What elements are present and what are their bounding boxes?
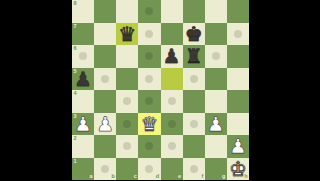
- square-f4[interactable]: [183, 90, 205, 113]
- square-b4[interactable]: [94, 90, 116, 113]
- square-d1[interactable]: d: [138, 158, 160, 181]
- square-h5[interactable]: [227, 68, 249, 91]
- square-d4[interactable]: [138, 90, 160, 113]
- move-hint-dot[interactable]: [168, 97, 176, 105]
- square-h6[interactable]: [227, 45, 249, 68]
- square-c1[interactable]: c: [116, 158, 138, 181]
- square-f5[interactable]: [183, 68, 205, 91]
- move-hint-dot[interactable]: [79, 52, 87, 60]
- move-hint-dot[interactable]: [145, 7, 153, 15]
- black-queen[interactable]: ♛: [116, 23, 138, 46]
- move-hint-dot[interactable]: [101, 75, 109, 83]
- square-g1[interactable]: g: [205, 158, 227, 181]
- file-label-a: a: [90, 174, 93, 180]
- square-h4[interactable]: [227, 90, 249, 113]
- file-label-g: g: [222, 174, 225, 180]
- letterbox-right: [249, 0, 320, 180]
- move-hint-dot[interactable]: [123, 97, 131, 105]
- square-g2[interactable]: [205, 135, 227, 158]
- move-hint-dot[interactable]: [145, 52, 153, 60]
- square-a8[interactable]: 8: [72, 0, 94, 23]
- white-pawn[interactable]: ♟: [205, 113, 227, 136]
- rank-label-1: 1: [74, 159, 77, 165]
- square-b8[interactable]: [94, 0, 116, 23]
- square-e2[interactable]: [161, 135, 183, 158]
- square-c3[interactable]: [116, 113, 138, 136]
- move-hint-dot[interactable]: [101, 165, 109, 173]
- square-h2[interactable]: ♟: [227, 135, 249, 158]
- move-hint-dot[interactable]: [190, 75, 198, 83]
- letterbox-left: [0, 0, 72, 180]
- black-king[interactable]: ♚: [183, 23, 205, 46]
- file-label-d: d: [156, 174, 159, 180]
- square-e3[interactable]: [161, 113, 183, 136]
- square-a3[interactable]: 3♟: [72, 113, 94, 136]
- square-c5[interactable]: [116, 68, 138, 91]
- square-b1[interactable]: b: [94, 158, 116, 181]
- square-e1[interactable]: e: [161, 158, 183, 181]
- square-d5[interactable]: [138, 68, 160, 91]
- file-label-e: e: [178, 174, 181, 180]
- move-hint-dot[interactable]: [168, 142, 176, 150]
- move-hint-dot[interactable]: [234, 30, 242, 38]
- move-hint-dot[interactable]: [145, 165, 153, 173]
- rank-label-6: 6: [74, 46, 77, 52]
- move-hint-dot[interactable]: [145, 142, 153, 150]
- square-b6[interactable]: [94, 45, 116, 68]
- move-hint-dot[interactable]: [168, 120, 176, 128]
- move-hint-dot[interactable]: [145, 75, 153, 83]
- square-c7[interactable]: ♛: [116, 23, 138, 46]
- file-label-c: c: [134, 174, 137, 180]
- square-a2[interactable]: 2: [72, 135, 94, 158]
- square-a4[interactable]: 4: [72, 90, 94, 113]
- move-hint-dot[interactable]: [123, 142, 131, 150]
- square-h7[interactable]: [227, 23, 249, 46]
- black-pawn[interactable]: ♟: [72, 68, 94, 91]
- square-e4[interactable]: [161, 90, 183, 113]
- square-f7[interactable]: ♚: [183, 23, 205, 46]
- square-a5[interactable]: 5♟: [72, 68, 94, 91]
- square-h8[interactable]: [227, 0, 249, 23]
- move-hint-dot[interactable]: [212, 52, 220, 60]
- square-f2[interactable]: [183, 135, 205, 158]
- move-hint-dot[interactable]: [123, 120, 131, 128]
- white-pawn[interactable]: ♟: [227, 135, 249, 158]
- square-d3[interactable]: ♛: [138, 113, 160, 136]
- square-f8[interactable]: [183, 0, 205, 23]
- square-g6[interactable]: [205, 45, 227, 68]
- square-e8[interactable]: [161, 0, 183, 23]
- square-a7[interactable]: 7: [72, 23, 94, 46]
- square-c2[interactable]: [116, 135, 138, 158]
- square-g7[interactable]: [205, 23, 227, 46]
- move-hint-dot[interactable]: [190, 120, 198, 128]
- move-hint-dot[interactable]: [190, 165, 198, 173]
- move-hint-dot[interactable]: [145, 97, 153, 105]
- file-label-f: f: [201, 174, 203, 180]
- square-c6[interactable]: [116, 45, 138, 68]
- square-e6[interactable]: ♟: [161, 45, 183, 68]
- square-d7[interactable]: [138, 23, 160, 46]
- white-queen[interactable]: ♛: [138, 113, 160, 136]
- square-g4[interactable]: [205, 90, 227, 113]
- square-g8[interactable]: [205, 0, 227, 23]
- square-a1[interactable]: 1a: [72, 158, 94, 181]
- rank-label-8: 8: [74, 1, 77, 7]
- move-hint-dot[interactable]: [145, 30, 153, 38]
- square-d2[interactable]: [138, 135, 160, 158]
- square-b7[interactable]: [94, 23, 116, 46]
- file-label-b: b: [111, 174, 114, 180]
- chess-board[interactable]: 87♛♚6♟♜5♟43♟♟♛♟2♟1abcdefgh♚: [72, 0, 249, 180]
- black-rook[interactable]: ♜: [183, 45, 205, 68]
- square-d6[interactable]: [138, 45, 160, 68]
- square-b3[interactable]: ♟: [94, 113, 116, 136]
- square-g5[interactable]: [205, 68, 227, 91]
- square-h3[interactable]: [227, 113, 249, 136]
- square-c8[interactable]: [116, 0, 138, 23]
- square-c4[interactable]: [116, 90, 138, 113]
- white-king[interactable]: ♚: [227, 158, 249, 181]
- square-g3[interactable]: ♟: [205, 113, 227, 136]
- rank-label-4: 4: [74, 91, 77, 97]
- square-d8[interactable]: [138, 0, 160, 23]
- rank-label-2: 2: [74, 136, 77, 142]
- square-a6[interactable]: 6: [72, 45, 94, 68]
- square-b5[interactable]: [94, 68, 116, 91]
- square-f1[interactable]: f: [183, 158, 205, 181]
- black-pawn[interactable]: ♟: [161, 45, 183, 68]
- white-pawn[interactable]: ♟: [94, 113, 116, 136]
- rank-label-7: 7: [74, 24, 77, 30]
- white-pawn[interactable]: ♟: [72, 113, 94, 136]
- square-h1[interactable]: h♚: [227, 158, 249, 181]
- square-f3[interactable]: [183, 113, 205, 136]
- square-e5[interactable]: [161, 68, 183, 91]
- square-e7[interactable]: [161, 23, 183, 46]
- square-b2[interactable]: [94, 135, 116, 158]
- square-f6[interactable]: ♜: [183, 45, 205, 68]
